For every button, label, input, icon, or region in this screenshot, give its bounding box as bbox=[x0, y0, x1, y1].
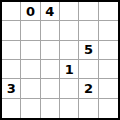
grid-cell[interactable] bbox=[60, 79, 79, 98]
grid-cell[interactable] bbox=[79, 21, 98, 40]
grid-cell[interactable] bbox=[99, 99, 118, 118]
grid-cell[interactable] bbox=[60, 99, 79, 118]
grid-cell[interactable] bbox=[21, 21, 40, 40]
grid-cell[interactable]: 0 bbox=[21, 2, 40, 21]
grid-cell[interactable] bbox=[21, 41, 40, 60]
grid-cell[interactable] bbox=[99, 21, 118, 40]
grid-cell[interactable] bbox=[41, 79, 60, 98]
grid-cell[interactable] bbox=[41, 41, 60, 60]
grid-cell[interactable] bbox=[21, 99, 40, 118]
grid-cell[interactable]: 3 bbox=[2, 79, 21, 98]
grid-cell[interactable] bbox=[99, 79, 118, 98]
grid-cell[interactable] bbox=[99, 60, 118, 79]
grid-cell[interactable] bbox=[2, 41, 21, 60]
grid-cell[interactable]: 2 bbox=[79, 79, 98, 98]
grid-cell[interactable] bbox=[2, 99, 21, 118]
grid-cell[interactable] bbox=[60, 2, 79, 21]
grid-cell[interactable] bbox=[99, 2, 118, 21]
grid-cell[interactable] bbox=[21, 60, 40, 79]
grid-cell[interactable] bbox=[79, 60, 98, 79]
grid-cell[interactable] bbox=[2, 60, 21, 79]
grid-cell[interactable] bbox=[2, 21, 21, 40]
grid-cell[interactable]: 5 bbox=[79, 41, 98, 60]
grid-cell[interactable] bbox=[99, 41, 118, 60]
grid-cell[interactable] bbox=[41, 60, 60, 79]
grid-cell[interactable] bbox=[79, 2, 98, 21]
grid-cell[interactable]: 4 bbox=[41, 2, 60, 21]
grid-cell[interactable] bbox=[79, 99, 98, 118]
grid-cell[interactable] bbox=[41, 21, 60, 40]
puzzle-board: 045132 bbox=[0, 0, 120, 120]
grid-cell[interactable] bbox=[21, 79, 40, 98]
grid-cell[interactable] bbox=[60, 41, 79, 60]
grid-cell[interactable] bbox=[41, 99, 60, 118]
grid-cell[interactable] bbox=[60, 21, 79, 40]
grid-cell[interactable] bbox=[2, 2, 21, 21]
grid-cell[interactable]: 1 bbox=[60, 60, 79, 79]
